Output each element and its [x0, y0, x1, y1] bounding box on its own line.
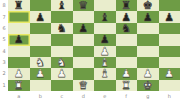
square-f6[interactable]: ♞ [116, 23, 138, 34]
square-b1[interactable] [30, 80, 52, 91]
file-label-c: c [51, 91, 73, 101]
square-h2[interactable]: ♟ [159, 68, 181, 79]
rank-label-1: 1 [0, 80, 8, 91]
square-b8[interactable] [30, 0, 52, 11]
square-h4[interactable] [159, 46, 181, 57]
square-a2[interactable]: ♟ [8, 68, 30, 79]
square-h6[interactable] [159, 23, 181, 34]
square-f2[interactable]: ♟ [116, 68, 138, 79]
rank-labels: 87654321 [0, 0, 8, 91]
file-label-h: h [159, 91, 181, 101]
square-h8[interactable] [159, 0, 181, 11]
square-b2[interactable]: ♟ [30, 68, 52, 79]
black-king-g8[interactable]: ♚ [143, 0, 153, 11]
square-a8[interactable]: ♜ [8, 0, 30, 11]
square-b7[interactable]: ♟ [30, 11, 52, 22]
white-pawn-c2[interactable]: ♟ [57, 68, 67, 79]
black-pawn-h7[interactable]: ♟ [164, 12, 174, 23]
square-f4[interactable] [116, 46, 138, 57]
square-b6[interactable] [30, 23, 52, 34]
black-queen-d8[interactable]: ♛ [78, 0, 88, 11]
square-d2[interactable] [73, 68, 95, 79]
square-d3[interactable] [73, 57, 95, 68]
white-bishop-e2[interactable]: ♝ [100, 68, 110, 79]
square-g1[interactable]: ♚ [137, 80, 159, 91]
square-g2[interactable]: ♟ [137, 68, 159, 79]
square-b5[interactable] [30, 34, 52, 45]
rank-label-3: 3 [0, 57, 8, 68]
square-a1[interactable]: ♜ [8, 80, 30, 91]
rank-label-4: 4 [0, 46, 8, 57]
rank-label-6: 6 [0, 23, 8, 34]
chess-board[interactable]: ♜♝♛♜♚♟♝♟♟♟♞♟♞♟♟♟♞♞♝♟♟♟♝♟♟♟♜♛♜♚ [8, 0, 180, 91]
chess-app-screenshot: 87654321 ♜♝♛♜♚♟♝♟♟♟♞♟♞♟♟♟♞♞♝♟♟♟♝♟♟♟♜♛♜♚ … [0, 0, 180, 101]
square-e5[interactable]: ♟ [94, 34, 116, 45]
square-h5[interactable] [159, 34, 181, 45]
black-bishop-e7[interactable]: ♝ [100, 12, 110, 23]
rank-label-8: 8 [0, 0, 8, 11]
square-g4[interactable] [137, 46, 159, 57]
black-knight-c6[interactable]: ♞ [57, 23, 67, 34]
black-pawn-a5[interactable]: ♟ [14, 34, 24, 45]
black-rook-f8[interactable]: ♜ [121, 0, 131, 11]
file-label-f: f [116, 91, 138, 101]
file-label-g: g [137, 91, 159, 101]
square-c5[interactable] [51, 34, 73, 45]
rank-label-2: 2 [0, 68, 8, 79]
square-d6[interactable]: ♟ [73, 23, 95, 34]
white-king-g1[interactable]: ♚ [143, 80, 153, 91]
square-a7[interactable] [8, 11, 30, 22]
square-e1[interactable] [94, 80, 116, 91]
white-knight-c3[interactable]: ♞ [57, 57, 67, 68]
square-c1[interactable] [51, 80, 73, 91]
black-pawn-g7[interactable]: ♟ [143, 12, 153, 23]
white-pawn-f2[interactable]: ♟ [121, 68, 131, 79]
square-c6[interactable]: ♞ [51, 23, 73, 34]
square-e2[interactable]: ♝ [94, 68, 116, 79]
file-label-e: e [94, 91, 116, 101]
white-pawn-b2[interactable]: ♟ [35, 68, 45, 79]
square-a5[interactable]: ♟ [8, 34, 30, 45]
white-pawn-a2[interactable]: ♟ [14, 68, 24, 79]
square-f8[interactable]: ♜ [116, 0, 138, 11]
square-e8[interactable] [94, 0, 116, 11]
black-pawn-d6[interactable]: ♟ [78, 23, 88, 34]
file-label-d: d [73, 91, 95, 101]
black-pawn-f7[interactable]: ♟ [121, 12, 131, 23]
rank-label-7: 7 [0, 11, 8, 22]
white-bishop-e3[interactable]: ♝ [100, 57, 110, 68]
square-e7[interactable]: ♝ [94, 11, 116, 22]
black-pawn-b7[interactable]: ♟ [35, 12, 45, 23]
square-f1[interactable]: ♜ [116, 80, 138, 91]
square-d8[interactable]: ♛ [73, 0, 95, 11]
black-bishop-c8[interactable]: ♝ [57, 0, 67, 11]
square-g8[interactable]: ♚ [137, 0, 159, 11]
square-a4[interactable] [8, 46, 30, 57]
white-pawn-g2[interactable]: ♟ [143, 68, 153, 79]
white-queen-d1[interactable]: ♛ [78, 80, 88, 91]
black-rook-a8[interactable]: ♜ [14, 0, 24, 11]
square-h1[interactable] [159, 80, 181, 91]
file-label-b: b [30, 91, 52, 101]
white-knight-b3[interactable]: ♞ [35, 57, 45, 68]
square-f5[interactable] [116, 34, 138, 45]
square-h7[interactable]: ♟ [159, 11, 181, 22]
black-knight-f6[interactable]: ♞ [121, 23, 131, 34]
file-labels: abcdefgh [8, 91, 180, 101]
square-g6[interactable] [137, 23, 159, 34]
white-pawn-h2[interactable]: ♟ [164, 68, 174, 79]
white-rook-a1[interactable]: ♜ [14, 80, 24, 91]
black-pawn-e5[interactable]: ♟ [100, 34, 110, 45]
file-label-a: a [8, 91, 30, 101]
white-pawn-e4[interactable]: ♟ [100, 46, 110, 57]
square-g5[interactable] [137, 34, 159, 45]
white-rook-f1[interactable]: ♜ [121, 80, 131, 91]
square-c8[interactable]: ♝ [51, 0, 73, 11]
square-d4[interactable] [73, 46, 95, 57]
square-c2[interactable]: ♟ [51, 68, 73, 79]
rank-label-5: 5 [0, 34, 8, 45]
square-g7[interactable]: ♟ [137, 11, 159, 22]
square-d5[interactable] [73, 34, 95, 45]
square-d1[interactable]: ♛ [73, 80, 95, 91]
